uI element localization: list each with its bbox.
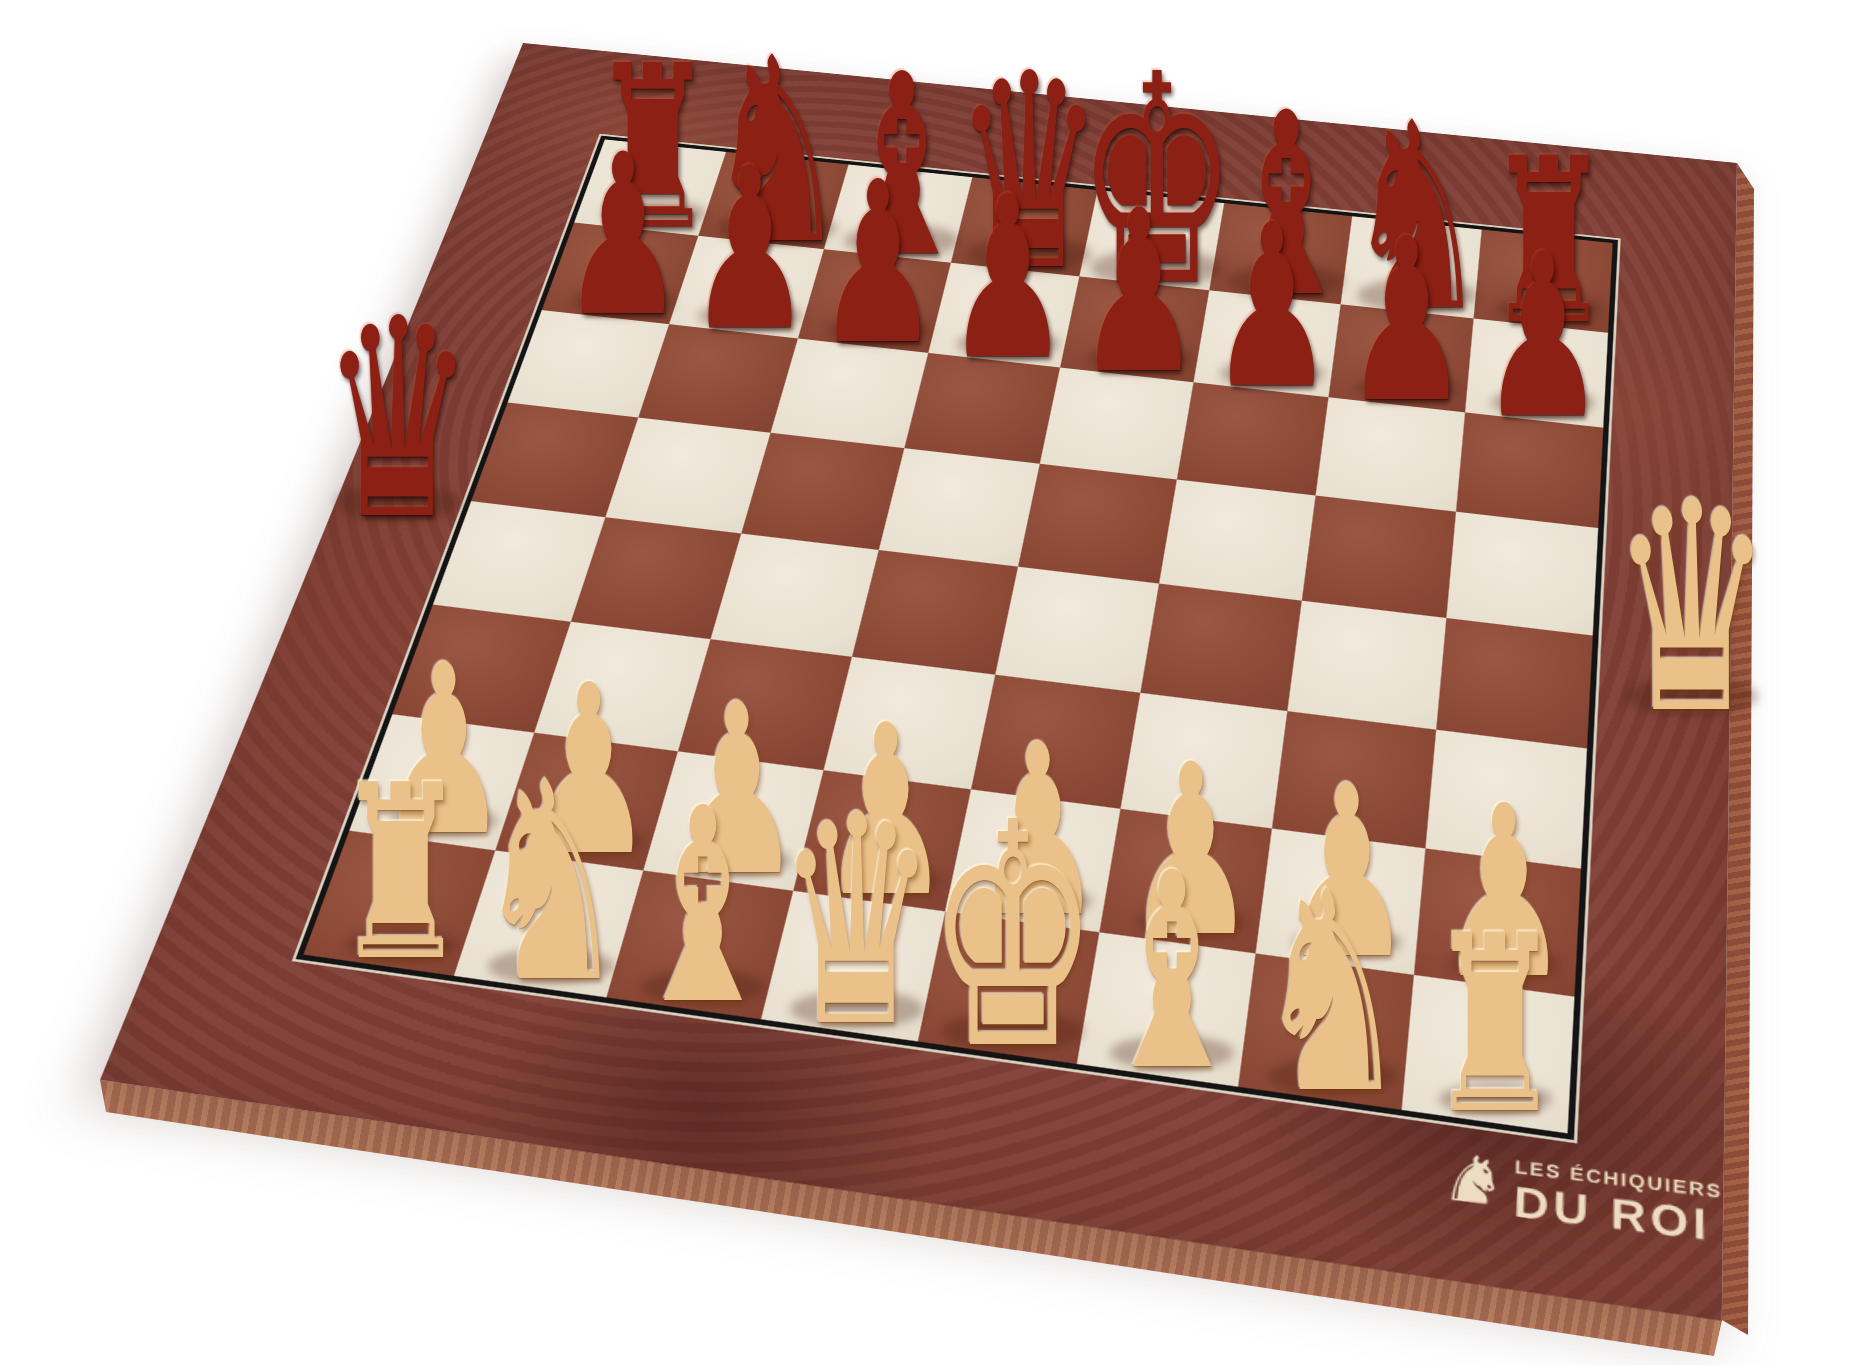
- knight-rider-icon: ♞: [1439, 1144, 1508, 1217]
- square-h1: [1402, 975, 1575, 1134]
- square-f6: [1177, 383, 1329, 496]
- square-d1: [761, 891, 945, 1042]
- square-h2: [1414, 848, 1581, 996]
- square-c6: [770, 339, 928, 449]
- square-d2: [793, 770, 971, 911]
- square-e5: [1018, 464, 1177, 583]
- square-c8: [824, 164, 972, 262]
- square-f7: [1193, 290, 1340, 397]
- square-d8: [951, 177, 1098, 276]
- square-g7: [1328, 304, 1473, 412]
- square-g4: [1287, 600, 1446, 729]
- square-d7: [928, 263, 1079, 368]
- product-photo-canvas: ♞ LES ÉCHIQUIERS DU ROI ♜♞♝♛♚♝♞♜♟♟♟♟♟♟♟♟…: [0, 0, 1868, 1365]
- square-g2: [1256, 828, 1426, 975]
- square-c3: [678, 639, 852, 770]
- square-e6: [1040, 368, 1194, 480]
- square-g3: [1272, 711, 1436, 848]
- square-h8: [1474, 230, 1613, 333]
- square-g8: [1341, 216, 1482, 318]
- square-g6: [1316, 397, 1465, 512]
- square-d4: [852, 549, 1018, 674]
- square-f8: [1209, 203, 1352, 304]
- square-d5: [879, 449, 1040, 567]
- square-b8: [698, 152, 848, 249]
- square-e8: [1079, 190, 1224, 290]
- square-f1: [1077, 932, 1256, 1087]
- square-h4: [1436, 617, 1593, 748]
- square-f3: [1121, 692, 1288, 828]
- square-f2: [1099, 808, 1272, 953]
- square-e3: [971, 674, 1140, 808]
- square-g5: [1302, 496, 1456, 618]
- square-h6: [1456, 413, 1603, 529]
- square-e1: [918, 911, 1100, 1064]
- square-b7: [669, 236, 824, 339]
- chess-board: ♞ LES ÉCHIQUIERS DU ROI: [100, 43, 1737, 1321]
- square-c4: [711, 533, 879, 656]
- square-e7: [1060, 277, 1209, 383]
- square-h3: [1425, 729, 1587, 868]
- square-c7: [798, 249, 951, 353]
- square-c5: [741, 433, 904, 549]
- square-f4: [1140, 583, 1301, 711]
- square-d6: [904, 353, 1060, 464]
- square-e2: [945, 789, 1120, 932]
- square-d3: [824, 656, 996, 789]
- brand-logo: ♞ LES ÉCHIQUIERS DU ROI: [1446, 1150, 1735, 1250]
- square-g1: [1238, 953, 1414, 1110]
- square-h7: [1465, 319, 1608, 428]
- square-f5: [1159, 480, 1315, 600]
- square-e4: [995, 566, 1159, 692]
- playing-area: [296, 136, 1618, 1140]
- square-h5: [1446, 512, 1598, 635]
